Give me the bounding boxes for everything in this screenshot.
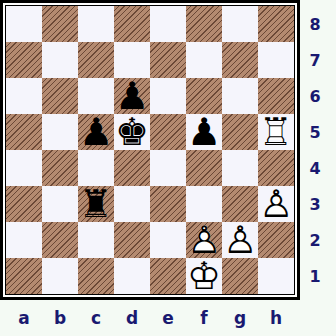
square-d1[interactable] — [114, 258, 150, 294]
piece-white-pawn: ♟♙ — [186, 222, 222, 258]
square-e6[interactable] — [150, 78, 186, 114]
square-f4[interactable] — [186, 150, 222, 186]
square-e3[interactable] — [150, 186, 186, 222]
square-b2[interactable] — [42, 222, 78, 258]
square-f7[interactable] — [186, 42, 222, 78]
square-b4[interactable] — [42, 150, 78, 186]
square-e8[interactable] — [150, 6, 186, 42]
square-a6[interactable] — [6, 78, 42, 114]
square-a5[interactable] — [6, 114, 42, 150]
square-c4[interactable] — [78, 150, 114, 186]
square-h4[interactable] — [258, 150, 294, 186]
piece-black-pawn: ♟ — [114, 78, 150, 114]
square-d7[interactable] — [114, 42, 150, 78]
square-g7[interactable] — [222, 42, 258, 78]
square-c8[interactable] — [78, 6, 114, 42]
square-a8[interactable] — [6, 6, 42, 42]
square-b6[interactable] — [42, 78, 78, 114]
square-f2[interactable]: ♟♙ — [186, 222, 222, 258]
square-b5[interactable] — [42, 114, 78, 150]
black-pawn-glyph: ♟ — [114, 78, 150, 114]
rank-label-8: 8 — [300, 6, 330, 42]
file-label-b: b — [42, 300, 78, 336]
square-a2[interactable] — [6, 222, 42, 258]
white-rook-outline-glyph: ♖ — [258, 114, 294, 150]
file-label-d: d — [114, 300, 150, 336]
square-f1[interactable]: ♚♔ — [186, 258, 222, 294]
file-label-h: h — [258, 300, 294, 336]
square-e7[interactable] — [150, 42, 186, 78]
square-e5[interactable] — [150, 114, 186, 150]
file-label-c: c — [78, 300, 114, 336]
square-d5[interactable]: ♚ — [114, 114, 150, 150]
square-g6[interactable] — [222, 78, 258, 114]
file-label-e: e — [150, 300, 186, 336]
white-pawn-outline-glyph: ♙ — [222, 222, 258, 258]
square-a4[interactable] — [6, 150, 42, 186]
square-g5[interactable] — [222, 114, 258, 150]
square-a1[interactable] — [6, 258, 42, 294]
square-b1[interactable] — [42, 258, 78, 294]
chess-board-frame: ♟♟♚♟♜♖♜♟♙♟♙♟♙♚♔ — [0, 0, 300, 300]
rank-label-5: 5 — [300, 114, 330, 150]
rank-label-4: 4 — [300, 150, 330, 186]
square-c3[interactable]: ♜ — [78, 186, 114, 222]
square-d4[interactable] — [114, 150, 150, 186]
square-g1[interactable] — [222, 258, 258, 294]
square-a3[interactable] — [6, 186, 42, 222]
square-h7[interactable] — [258, 42, 294, 78]
square-d6[interactable]: ♟ — [114, 78, 150, 114]
square-d2[interactable] — [114, 222, 150, 258]
square-a7[interactable] — [6, 42, 42, 78]
square-f6[interactable] — [186, 78, 222, 114]
file-label-f: f — [186, 300, 222, 336]
rank-label-6: 6 — [300, 78, 330, 114]
square-d3[interactable] — [114, 186, 150, 222]
file-label-g: g — [222, 300, 258, 336]
square-f8[interactable] — [186, 6, 222, 42]
square-c7[interactable] — [78, 42, 114, 78]
chess-board[interactable]: ♟♟♚♟♜♖♜♟♙♟♙♟♙♚♔ — [6, 6, 294, 294]
chess-board-inner-line: ♟♟♚♟♜♖♜♟♙♟♙♟♙♚♔ — [5, 5, 295, 295]
square-f5[interactable]: ♟ — [186, 114, 222, 150]
piece-black-pawn: ♟ — [78, 114, 114, 150]
square-b7[interactable] — [42, 42, 78, 78]
rank-label-3: 3 — [300, 186, 330, 222]
square-g3[interactable] — [222, 186, 258, 222]
square-g4[interactable] — [222, 150, 258, 186]
square-e2[interactable] — [150, 222, 186, 258]
square-e4[interactable] — [150, 150, 186, 186]
square-h3[interactable]: ♟♙ — [258, 186, 294, 222]
square-c2[interactable] — [78, 222, 114, 258]
square-h2[interactable] — [258, 222, 294, 258]
chess-diagram: ♟♟♚♟♜♖♜♟♙♟♙♟♙♚♔ 87654321 abcdefgh — [0, 0, 336, 336]
black-rook-glyph: ♜ — [78, 186, 114, 222]
square-d8[interactable] — [114, 6, 150, 42]
square-g2[interactable]: ♟♙ — [222, 222, 258, 258]
piece-white-king: ♚♔ — [186, 258, 222, 294]
rank-label-1: 1 — [300, 258, 330, 294]
square-f3[interactable] — [186, 186, 222, 222]
piece-black-king: ♚ — [114, 114, 150, 150]
rank-label-7: 7 — [300, 42, 330, 78]
piece-white-rook: ♜♖ — [258, 114, 294, 150]
white-pawn-outline-glyph: ♙ — [258, 186, 294, 222]
white-king-outline-glyph: ♔ — [186, 258, 222, 294]
piece-black-rook: ♜ — [78, 186, 114, 222]
square-e1[interactable] — [150, 258, 186, 294]
piece-white-pawn: ♟♙ — [258, 186, 294, 222]
square-h5[interactable]: ♜♖ — [258, 114, 294, 150]
piece-white-pawn: ♟♙ — [222, 222, 258, 258]
file-label-a: a — [6, 300, 42, 336]
square-h8[interactable] — [258, 6, 294, 42]
black-pawn-glyph: ♟ — [186, 114, 222, 150]
piece-black-pawn: ♟ — [186, 114, 222, 150]
square-g8[interactable] — [222, 6, 258, 42]
black-pawn-glyph: ♟ — [78, 114, 114, 150]
square-h6[interactable] — [258, 78, 294, 114]
square-b3[interactable] — [42, 186, 78, 222]
rank-label-2: 2 — [300, 222, 330, 258]
white-pawn-outline-glyph: ♙ — [186, 222, 222, 258]
square-c6[interactable] — [78, 78, 114, 114]
square-b8[interactable] — [42, 6, 78, 42]
square-c1[interactable] — [78, 258, 114, 294]
black-king-glyph: ♚ — [114, 114, 150, 150]
square-h1[interactable] — [258, 258, 294, 294]
square-c5[interactable]: ♟ — [78, 114, 114, 150]
